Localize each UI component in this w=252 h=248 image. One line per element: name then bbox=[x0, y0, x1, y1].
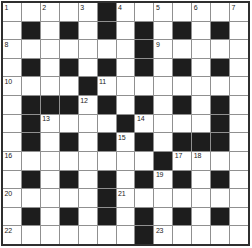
clue-number-14: 14 bbox=[137, 115, 144, 123]
cell-r1c3[interactable]: 2 bbox=[41, 3, 59, 21]
cell-r13c5[interactable] bbox=[79, 226, 97, 244]
black-cell-r12c8 bbox=[135, 208, 153, 226]
cell-r4c5[interactable] bbox=[79, 59, 97, 77]
black-cell-r4c8 bbox=[135, 59, 153, 77]
black-cell-r4c2 bbox=[22, 59, 40, 77]
cell-r6c1[interactable] bbox=[3, 96, 21, 114]
black-cell-r12c10 bbox=[173, 208, 191, 226]
cell-r4c3[interactable] bbox=[41, 59, 59, 77]
cell-r11c8[interactable] bbox=[135, 189, 153, 207]
cell-r8c5[interactable] bbox=[79, 133, 97, 151]
cell-r9c6[interactable] bbox=[98, 152, 116, 170]
black-cell-r6c8 bbox=[135, 96, 153, 114]
cell-r11c9[interactable] bbox=[154, 189, 172, 207]
cell-r7c3[interactable]: 13 bbox=[41, 115, 59, 133]
cell-r1c11[interactable]: 6 bbox=[192, 3, 210, 21]
cell-r5c1[interactable]: 10 bbox=[3, 77, 21, 95]
cell-r2c13[interactable] bbox=[230, 22, 248, 40]
black-cell-r6c2 bbox=[22, 96, 40, 114]
cell-r4c13[interactable] bbox=[230, 59, 248, 77]
cell-r11c2[interactable] bbox=[22, 189, 40, 207]
clue-number-2: 2 bbox=[42, 4, 46, 12]
cell-r10c9[interactable]: 19 bbox=[154, 171, 172, 189]
clue-number-17: 17 bbox=[175, 152, 182, 160]
black-cell-r8c6 bbox=[98, 133, 116, 151]
cell-r9c13[interactable] bbox=[230, 152, 248, 170]
cell-r5c3[interactable] bbox=[41, 77, 59, 95]
cell-r3c6[interactable] bbox=[98, 40, 116, 58]
cell-r12c1[interactable] bbox=[3, 208, 21, 226]
cell-r9c11[interactable]: 18 bbox=[192, 152, 210, 170]
cell-r2c3[interactable] bbox=[41, 22, 59, 40]
cell-r7c9[interactable] bbox=[154, 115, 172, 133]
black-cell-r5c5 bbox=[79, 77, 97, 95]
black-cell-r8c4 bbox=[60, 133, 78, 151]
black-cell-r12c6 bbox=[98, 208, 116, 226]
black-cell-r6c4 bbox=[60, 96, 78, 114]
cell-r11c5[interactable] bbox=[79, 189, 97, 207]
black-cell-r10c6 bbox=[98, 171, 116, 189]
cell-r10c11[interactable] bbox=[192, 171, 210, 189]
cell-r6c7[interactable] bbox=[117, 96, 135, 114]
cell-r13c1[interactable]: 22 bbox=[3, 226, 21, 244]
cell-r3c13[interactable] bbox=[230, 40, 248, 58]
black-cell-r8c12 bbox=[211, 133, 229, 151]
cell-r13c12[interactable] bbox=[211, 226, 229, 244]
clue-number-20: 20 bbox=[5, 190, 12, 198]
black-cell-r6c10 bbox=[173, 96, 191, 114]
black-cell-r10c4 bbox=[60, 171, 78, 189]
cell-r7c1[interactable] bbox=[3, 115, 21, 133]
cell-r2c9[interactable] bbox=[154, 22, 172, 40]
cell-r6c13[interactable] bbox=[230, 96, 248, 114]
cell-r2c5[interactable] bbox=[79, 22, 97, 40]
black-cell-r7c12 bbox=[211, 115, 229, 133]
cell-r1c12[interactable] bbox=[211, 3, 229, 21]
black-cell-r8c8 bbox=[135, 133, 153, 151]
cell-r8c1[interactable] bbox=[3, 133, 21, 151]
cell-r4c9[interactable] bbox=[154, 59, 172, 77]
black-cell-r2c8 bbox=[135, 22, 153, 40]
cell-r9c10[interactable]: 17 bbox=[173, 152, 191, 170]
cell-r11c10[interactable] bbox=[173, 189, 191, 207]
black-cell-r10c2 bbox=[22, 171, 40, 189]
cell-r10c7[interactable] bbox=[117, 171, 135, 189]
clue-number-21: 21 bbox=[118, 190, 125, 198]
cell-r13c13[interactable] bbox=[230, 226, 248, 244]
cell-r12c9[interactable] bbox=[154, 208, 172, 226]
clue-number-15: 15 bbox=[118, 134, 125, 142]
black-cell-r6c6 bbox=[98, 96, 116, 114]
cell-r2c1[interactable] bbox=[3, 22, 21, 40]
cell-r2c7[interactable] bbox=[117, 22, 135, 40]
cell-r1c7[interactable]: 4 bbox=[117, 3, 135, 21]
black-cell-r8c10 bbox=[173, 133, 191, 151]
cell-r9c2[interactable] bbox=[22, 152, 40, 170]
clue-number-23: 23 bbox=[156, 227, 163, 235]
cell-r5c7[interactable] bbox=[117, 77, 135, 95]
black-cell-r8c2 bbox=[22, 133, 40, 151]
black-cell-r12c4 bbox=[60, 208, 78, 226]
cell-r9c8[interactable] bbox=[135, 152, 153, 170]
cell-r3c4[interactable] bbox=[60, 40, 78, 58]
cell-r7c6[interactable] bbox=[98, 115, 116, 133]
cell-r3c9[interactable]: 9 bbox=[154, 40, 172, 58]
black-cell-r2c12 bbox=[211, 22, 229, 40]
cell-r10c13[interactable] bbox=[230, 171, 248, 189]
cell-r3c1[interactable]: 8 bbox=[3, 40, 21, 58]
cell-r5c6[interactable]: 11 bbox=[98, 77, 116, 95]
cell-r8c13[interactable] bbox=[230, 133, 248, 151]
cell-r5c2[interactable] bbox=[22, 77, 40, 95]
cell-r10c5[interactable] bbox=[79, 171, 97, 189]
cell-r13c11[interactable] bbox=[192, 226, 210, 244]
cell-r7c4[interactable] bbox=[60, 115, 78, 133]
cell-r13c3[interactable] bbox=[41, 226, 59, 244]
cell-r1c4[interactable] bbox=[60, 3, 78, 21]
clue-number-6: 6 bbox=[194, 4, 198, 12]
cell-r9c12[interactable] bbox=[211, 152, 229, 170]
black-cell-r4c12 bbox=[211, 59, 229, 77]
cell-r11c11[interactable] bbox=[192, 189, 210, 207]
black-cell-r6c3 bbox=[41, 96, 59, 114]
cell-r3c2[interactable] bbox=[22, 40, 40, 58]
cell-r4c1[interactable] bbox=[3, 59, 21, 77]
black-cell-r12c12 bbox=[211, 208, 229, 226]
cell-r9c1[interactable]: 16 bbox=[3, 152, 21, 170]
cell-r1c8[interactable] bbox=[135, 3, 153, 21]
cell-r1c13[interactable]: 7 bbox=[230, 3, 248, 21]
clue-number-8: 8 bbox=[5, 41, 9, 49]
cell-r13c9[interactable]: 23 bbox=[154, 226, 172, 244]
black-cell-r12c2 bbox=[22, 208, 40, 226]
cell-r13c6[interactable] bbox=[98, 226, 116, 244]
clue-number-10: 10 bbox=[5, 78, 12, 86]
black-cell-r10c10 bbox=[173, 171, 191, 189]
cell-r7c5[interactable] bbox=[79, 115, 97, 133]
cell-r12c7[interactable] bbox=[117, 208, 135, 226]
cell-r5c13[interactable] bbox=[230, 77, 248, 95]
black-cell-r1c6 bbox=[98, 3, 116, 21]
cell-r8c7[interactable]: 15 bbox=[117, 133, 135, 151]
cell-r11c12[interactable] bbox=[211, 189, 229, 207]
black-cell-r2c10 bbox=[173, 22, 191, 40]
cell-r3c10[interactable] bbox=[173, 40, 191, 58]
clue-number-1: 1 bbox=[5, 4, 9, 12]
black-cell-r9c9 bbox=[154, 152, 172, 170]
cell-r6c11[interactable] bbox=[192, 96, 210, 114]
cell-r8c3[interactable] bbox=[41, 133, 59, 151]
cell-r5c9[interactable] bbox=[154, 77, 172, 95]
cell-r1c9[interactable]: 5 bbox=[154, 3, 172, 21]
clue-number-12: 12 bbox=[80, 97, 87, 105]
black-cell-r10c8 bbox=[135, 171, 153, 189]
cell-r10c1[interactable] bbox=[3, 171, 21, 189]
clue-number-5: 5 bbox=[156, 4, 160, 12]
cell-r9c3[interactable] bbox=[41, 152, 59, 170]
cell-r12c3[interactable] bbox=[41, 208, 59, 226]
clue-number-18: 18 bbox=[194, 152, 201, 160]
cell-r7c8[interactable]: 14 bbox=[135, 115, 153, 133]
cell-r5c8[interactable] bbox=[135, 77, 153, 95]
black-cell-r13c8 bbox=[135, 226, 153, 244]
cell-r11c1[interactable]: 20 bbox=[3, 189, 21, 207]
black-cell-r4c4 bbox=[60, 59, 78, 77]
clue-number-7: 7 bbox=[232, 4, 236, 12]
cell-r13c10[interactable] bbox=[173, 226, 191, 244]
cell-r13c4[interactable] bbox=[60, 226, 78, 244]
cell-r10c3[interactable] bbox=[41, 171, 59, 189]
clue-number-16: 16 bbox=[5, 152, 12, 160]
clue-number-19: 19 bbox=[156, 171, 163, 179]
cell-r1c5[interactable]: 3 bbox=[79, 3, 97, 21]
black-cell-r7c7 bbox=[117, 115, 135, 133]
clue-number-13: 13 bbox=[42, 115, 49, 123]
clue-number-4: 4 bbox=[118, 4, 122, 12]
cell-r7c11[interactable] bbox=[192, 115, 210, 133]
cell-r1c1[interactable]: 1 bbox=[3, 3, 21, 21]
cell-r13c7[interactable] bbox=[117, 226, 135, 244]
black-cell-r2c6 bbox=[98, 22, 116, 40]
cell-r7c13[interactable] bbox=[230, 115, 248, 133]
black-cell-r10c12 bbox=[211, 171, 229, 189]
cell-r13c2[interactable] bbox=[22, 226, 40, 244]
black-cell-r6c12 bbox=[211, 96, 229, 114]
cell-r12c5[interactable] bbox=[79, 208, 97, 226]
clue-number-3: 3 bbox=[80, 4, 84, 12]
cell-r2c11[interactable] bbox=[192, 22, 210, 40]
cell-r11c4[interactable] bbox=[60, 189, 78, 207]
cell-r5c4[interactable] bbox=[60, 77, 78, 95]
cell-r9c7[interactable] bbox=[117, 152, 135, 170]
cell-r8c9[interactable] bbox=[154, 133, 172, 151]
cell-r12c11[interactable] bbox=[192, 208, 210, 226]
black-cell-r4c10 bbox=[173, 59, 191, 77]
black-cell-r2c2 bbox=[22, 22, 40, 40]
clue-number-11: 11 bbox=[99, 78, 106, 86]
black-cell-r3c8 bbox=[135, 40, 153, 58]
cell-r4c11[interactable] bbox=[192, 59, 210, 77]
black-cell-r2c4 bbox=[60, 22, 78, 40]
cell-r3c12[interactable] bbox=[211, 40, 229, 58]
cell-r11c3[interactable] bbox=[41, 189, 59, 207]
black-cell-r7c2 bbox=[22, 115, 40, 133]
cell-r11c7[interactable]: 21 bbox=[117, 189, 135, 207]
cell-r6c5[interactable]: 12 bbox=[79, 96, 97, 114]
cell-r9c5[interactable] bbox=[79, 152, 97, 170]
cell-r7c10[interactable] bbox=[173, 115, 191, 133]
cell-r1c2[interactable] bbox=[22, 3, 40, 21]
cell-r9c4[interactable] bbox=[60, 152, 78, 170]
cell-r4c7[interactable] bbox=[117, 59, 135, 77]
cell-r3c3[interactable] bbox=[41, 40, 59, 58]
clue-number-9: 9 bbox=[156, 41, 160, 49]
cell-r6c9[interactable] bbox=[154, 96, 172, 114]
cell-r1c10[interactable] bbox=[173, 3, 191, 21]
cell-r12c13[interactable] bbox=[230, 208, 248, 226]
black-cell-r8c11 bbox=[192, 133, 210, 151]
cell-r3c5[interactable] bbox=[79, 40, 97, 58]
cell-r11c13[interactable] bbox=[230, 189, 248, 207]
cell-r5c12[interactable] bbox=[211, 77, 229, 95]
cell-r5c11[interactable] bbox=[192, 77, 210, 95]
black-cell-r11c6 bbox=[98, 189, 116, 207]
clue-number-22: 22 bbox=[5, 227, 12, 235]
crossword-grid: 1234567891011121314151617181920212223 bbox=[1, 1, 250, 246]
cell-r3c11[interactable] bbox=[192, 40, 210, 58]
black-cell-r4c6 bbox=[98, 59, 116, 77]
cell-r5c10[interactable] bbox=[173, 77, 191, 95]
cell-r3c7[interactable] bbox=[117, 40, 135, 58]
